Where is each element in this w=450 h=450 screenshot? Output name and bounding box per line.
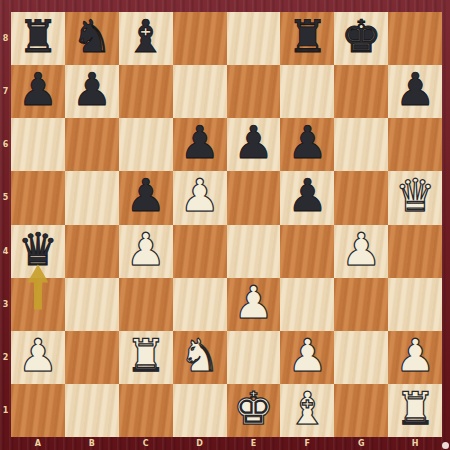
chess-board-frame: ♜♞♝♜♚♟♟♟♟♟♟♟♟♟♛♛♟♟♟♟♜♞♟♟♚♝♜ 87654321 ABC… [0,0,450,450]
piece-white-pawn[interactable]: ♟ [233,280,273,325]
piece-black-rook[interactable]: ♜ [18,14,58,59]
square-f2[interactable]: ♟ [280,331,334,384]
piece-white-pawn[interactable]: ♟ [341,227,381,272]
square-h2[interactable]: ♟ [388,331,442,384]
square-e4[interactable] [227,225,281,278]
square-b6[interactable] [65,118,119,171]
square-b2[interactable] [65,331,119,384]
piece-black-knight[interactable]: ♞ [72,14,112,59]
square-a4[interactable]: ♛ [11,225,65,278]
rank-label-1: 1 [0,384,11,437]
square-e6[interactable]: ♟ [227,118,281,171]
piece-white-bishop[interactable]: ♝ [287,386,327,431]
piece-black-pawn[interactable]: ♟ [287,173,327,218]
square-g1[interactable] [334,384,388,437]
square-f8[interactable]: ♜ [280,12,334,65]
square-h5[interactable]: ♛ [388,171,442,224]
square-a2[interactable]: ♟ [11,331,65,384]
piece-white-pawn[interactable]: ♟ [395,333,435,378]
square-d2[interactable]: ♞ [173,331,227,384]
file-label-e: E [227,437,281,450]
square-h1[interactable]: ♜ [388,384,442,437]
square-g7[interactable] [334,65,388,118]
square-c4[interactable]: ♟ [119,225,173,278]
piece-black-queen[interactable]: ♛ [18,227,58,272]
piece-white-rook[interactable]: ♜ [126,333,166,378]
square-d8[interactable] [173,12,227,65]
square-e2[interactable] [227,331,281,384]
piece-white-pawn[interactable]: ♟ [287,333,327,378]
piece-black-pawn[interactable]: ♟ [287,120,327,165]
square-f1[interactable]: ♝ [280,384,334,437]
file-label-a: A [11,437,65,450]
square-h3[interactable] [388,278,442,331]
square-g3[interactable] [334,278,388,331]
piece-black-rook[interactable]: ♜ [287,14,327,59]
square-a6[interactable] [11,118,65,171]
square-e3[interactable]: ♟ [227,278,281,331]
rank-label-6: 6 [0,118,11,171]
piece-white-pawn[interactable]: ♟ [179,173,219,218]
piece-black-pawn[interactable]: ♟ [179,120,219,165]
square-h7[interactable]: ♟ [388,65,442,118]
rank-label-4: 4 [0,225,11,278]
square-c7[interactable] [119,65,173,118]
file-labels: ABCDEFGH [11,437,442,450]
square-a5[interactable] [11,171,65,224]
square-d5[interactable]: ♟ [173,171,227,224]
rank-label-7: 7 [0,65,11,118]
square-e7[interactable] [227,65,281,118]
square-d3[interactable] [173,278,227,331]
square-g6[interactable] [334,118,388,171]
square-a8[interactable]: ♜ [11,12,65,65]
square-e8[interactable] [227,12,281,65]
square-f4[interactable] [280,225,334,278]
piece-white-pawn[interactable]: ♟ [18,333,58,378]
square-a1[interactable] [11,384,65,437]
piece-black-pawn[interactable]: ♟ [395,67,435,112]
square-f7[interactable] [280,65,334,118]
square-a3[interactable] [11,278,65,331]
file-label-g: G [334,437,388,450]
square-d4[interactable] [173,225,227,278]
square-f5[interactable]: ♟ [280,171,334,224]
piece-white-knight[interactable]: ♞ [179,333,219,378]
square-b1[interactable] [65,384,119,437]
square-g2[interactable] [334,331,388,384]
square-b3[interactable] [65,278,119,331]
piece-black-bishop[interactable]: ♝ [126,14,166,59]
square-g4[interactable]: ♟ [334,225,388,278]
square-h8[interactable] [388,12,442,65]
square-f6[interactable]: ♟ [280,118,334,171]
square-c5[interactable]: ♟ [119,171,173,224]
square-h4[interactable] [388,225,442,278]
square-d7[interactable] [173,65,227,118]
piece-black-king[interactable]: ♚ [341,14,381,59]
square-d1[interactable] [173,384,227,437]
piece-black-pawn[interactable]: ♟ [126,173,166,218]
piece-black-pawn[interactable]: ♟ [233,120,273,165]
file-label-c: C [119,437,173,450]
piece-white-rook[interactable]: ♜ [395,386,435,431]
piece-white-king[interactable]: ♚ [233,386,273,431]
rank-label-2: 2 [0,331,11,384]
square-h6[interactable] [388,118,442,171]
file-label-b: B [65,437,119,450]
square-f3[interactable] [280,278,334,331]
rank-labels: 87654321 [0,12,11,437]
file-label-d: D [173,437,227,450]
piece-white-queen[interactable]: ♛ [395,173,435,218]
file-label-f: F [280,437,334,450]
piece-white-pawn[interactable]: ♟ [126,227,166,272]
piece-black-pawn[interactable]: ♟ [18,67,58,112]
rank-label-3: 3 [0,278,11,331]
square-b5[interactable] [65,171,119,224]
file-label-h: H [388,437,442,450]
square-e1[interactable]: ♚ [227,384,281,437]
piece-black-pawn[interactable]: ♟ [72,67,112,112]
square-e5[interactable] [227,171,281,224]
square-b7[interactable]: ♟ [65,65,119,118]
side-to-move-indicator [442,442,449,449]
square-b8[interactable]: ♞ [65,12,119,65]
chess-board: ♜♞♝♜♚♟♟♟♟♟♟♟♟♟♛♛♟♟♟♟♜♞♟♟♚♝♜ [11,12,442,437]
rank-label-8: 8 [0,12,11,65]
square-c3[interactable] [119,278,173,331]
square-c6[interactable] [119,118,173,171]
square-g5[interactable] [334,171,388,224]
square-c8[interactable]: ♝ [119,12,173,65]
square-a7[interactable]: ♟ [11,65,65,118]
square-c2[interactable]: ♜ [119,331,173,384]
square-c1[interactable] [119,384,173,437]
square-d6[interactable]: ♟ [173,118,227,171]
square-b4[interactable] [65,225,119,278]
rank-label-5: 5 [0,171,11,224]
square-g8[interactable]: ♚ [334,12,388,65]
